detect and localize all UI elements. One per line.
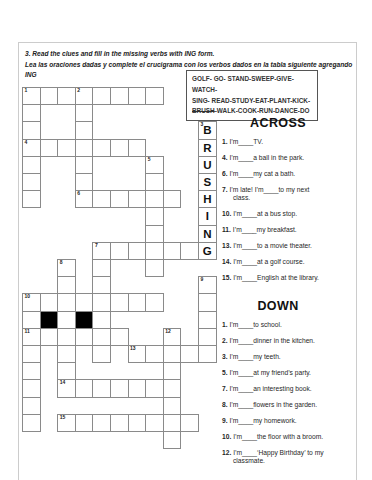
grid-cell[interactable]: 10 [22, 293, 41, 311]
grid-cell-prefilled: H [198, 190, 217, 208]
across-clue-number: 13. [222, 242, 231, 249]
clue-number-13: 13 [130, 346, 136, 351]
prefilled-letter: S [199, 174, 216, 190]
grid-cell[interactable] [92, 190, 111, 208]
grid-cell[interactable] [163, 397, 182, 415]
grid-cell[interactable] [198, 293, 217, 311]
worksheet-page: 3. Read the clues and fill in the missin… [0, 0, 372, 480]
grid-cell[interactable]: 5 [145, 156, 164, 174]
down-clue-10: 10. I’m____the floor with a broom. [222, 433, 358, 441]
grid-cell[interactable] [22, 190, 41, 208]
down-clue-number: 12. [222, 449, 231, 456]
grid-cell[interactable] [128, 242, 147, 260]
grid-cell[interactable] [57, 328, 76, 346]
clue-number-4: 4 [25, 140, 28, 145]
grid-cell[interactable] [198, 328, 217, 346]
down-clue-list: 1. I’m____to school.2. I’m____dinner in … [222, 321, 358, 466]
down-clue-8: 8. I’m____flowers in the garden. [222, 401, 358, 409]
grid-cell[interactable] [110, 328, 129, 346]
across-clue-number: 7. [222, 186, 228, 193]
grid-cell[interactable] [145, 259, 164, 277]
grid-cell[interactable] [22, 362, 41, 380]
down-clue-5: 5. I’m____at my friend’s party. [222, 369, 358, 377]
across-clue-10: 10. I’m____at a bus stop. [222, 210, 358, 218]
grid-cell-prefilled: R [198, 139, 217, 157]
grid-cell[interactable] [110, 190, 129, 208]
across-clue-number: 4. [222, 154, 228, 161]
grid-cell[interactable]: 11 [22, 328, 41, 346]
grid-cell[interactable] [110, 414, 129, 432]
grid-cell[interactable] [22, 397, 41, 415]
clue-number-15: 15 [60, 415, 66, 420]
grid-cell[interactable] [163, 414, 182, 432]
grid-cell[interactable] [145, 242, 164, 260]
grid-cell[interactable] [57, 87, 76, 105]
grid-cell[interactable] [128, 414, 147, 432]
grid-cell-prefilled: S [198, 173, 217, 191]
prefilled-letter: H [199, 191, 216, 207]
across-clue-number: 11. [222, 226, 231, 233]
grid-cell[interactable] [163, 345, 182, 363]
prefilled-letter: R [199, 140, 216, 156]
down-clues-section: DOWN 1. I’m____to school.2. I’m____dinne… [222, 299, 358, 473]
across-clue-4: 4. I’m____a ball in the park. [222, 154, 358, 162]
grid-cell[interactable] [145, 207, 164, 225]
down-clue-number: 5. [222, 369, 228, 376]
grid-cell[interactable] [163, 362, 182, 380]
clue-number-5: 5 [148, 157, 151, 162]
grid-cell[interactable] [110, 139, 129, 157]
clue-number-10: 10 [25, 294, 31, 299]
across-clue-14: 14. I’m____at a golf course. [222, 258, 358, 266]
grid-cell-prefilled: I [198, 207, 217, 225]
grid-cell[interactable] [40, 293, 59, 311]
clue-number-2: 2 [77, 88, 80, 93]
down-clue-number: 9. [222, 417, 228, 424]
grid-cell[interactable] [163, 379, 182, 397]
grid-cell[interactable] [92, 345, 111, 363]
grid-cell[interactable] [180, 242, 199, 260]
grid-cell[interactable] [128, 87, 147, 105]
grid-cell[interactable] [57, 293, 76, 311]
grid-cell[interactable]: 7 [92, 242, 111, 260]
grid-cell[interactable]: 8 [57, 259, 76, 277]
down-clue-number: 1. [222, 321, 228, 328]
grid-cell[interactable] [145, 379, 164, 397]
across-clue-number: 1. [222, 138, 228, 145]
prefilled-letter: U [199, 157, 216, 173]
grid-cell[interactable] [22, 104, 41, 122]
grid-cell[interactable]: 6 [75, 190, 94, 208]
clue-number-11: 11 [25, 329, 30, 334]
grid-cell[interactable] [163, 431, 182, 449]
grid-cell-prefilled: G [198, 242, 217, 260]
grid-cell[interactable] [75, 104, 94, 122]
grid-cell[interactable] [92, 328, 111, 346]
grid-cell[interactable] [110, 87, 129, 105]
grid-cell[interactable] [128, 139, 147, 157]
grid-cell[interactable] [75, 121, 94, 139]
grid-cell[interactable] [163, 190, 182, 208]
grid-cell-black [75, 311, 94, 329]
grid-cell[interactable] [75, 156, 94, 174]
down-clue-number: 10. [222, 433, 231, 440]
grid-cell[interactable] [92, 311, 111, 329]
grid-cell[interactable]: 9 [198, 276, 217, 294]
grid-cell[interactable] [57, 276, 76, 294]
grid-cell-prefilled: U [198, 156, 217, 174]
across-clue-list: 1. I’m____TV.4. I’m____a ball in the par… [222, 138, 358, 283]
grid-cell[interactable] [22, 156, 41, 174]
grid-cell[interactable]: 12 [163, 328, 182, 346]
grid-cell[interactable] [180, 345, 199, 363]
down-clue-7: 7. I’m____an interesting book. [222, 385, 358, 393]
grid-cell[interactable] [75, 173, 94, 191]
grid-cell-prefilled: N [198, 225, 217, 243]
grid-cell[interactable] [145, 345, 164, 363]
clue-number-8: 8 [60, 260, 63, 265]
grid-cell-prefilled: 3B [198, 121, 217, 139]
across-clue-number: 14. [222, 258, 231, 265]
across-clues-section: ACROSS 1. I’m____TV.4. I’m____a ball in … [222, 116, 358, 290]
across-clue-11: 11. I’m____my breakfast. [222, 226, 358, 234]
down-clue-number: 3. [222, 353, 228, 360]
clue-number-1: 1 [25, 88, 28, 93]
across-clue-13: 13. I’m____to a movie theater. [222, 242, 358, 250]
across-clue-number: 6. [222, 170, 228, 177]
grid-cell[interactable] [92, 379, 111, 397]
grid-cell[interactable] [22, 379, 41, 397]
across-heading: ACROSS [222, 116, 334, 130]
grid-cell[interactable] [22, 311, 41, 329]
grid-cell[interactable] [22, 345, 41, 363]
grid-cell[interactable] [22, 414, 41, 432]
grid-cell[interactable] [145, 293, 164, 311]
grid-cell[interactable] [145, 225, 164, 243]
grid-cell[interactable] [92, 293, 111, 311]
grid-cell[interactable] [75, 328, 94, 346]
grid-cell[interactable] [145, 87, 164, 105]
grid-cell[interactable] [75, 379, 94, 397]
grid-cell[interactable] [40, 139, 59, 157]
down-heading: DOWN [222, 299, 334, 313]
down-clue-9: 9. I’m____my homework. [222, 417, 358, 425]
across-clue-15: 15. I’m____English at the library. [222, 274, 358, 282]
across-clue-1: 1. I’m____TV. [222, 138, 358, 146]
grid-cell[interactable] [92, 139, 111, 157]
grid-cell[interactable] [110, 242, 129, 260]
down-clue-12: 12. I’m____‘Happy Birthday’ to myclassma… [222, 449, 358, 466]
grid-cell[interactable] [110, 379, 129, 397]
grid-cell[interactable] [75, 414, 94, 432]
grid-cell[interactable] [57, 362, 76, 380]
across-clue-number: 10. [222, 210, 231, 217]
clue-number-14: 14 [60, 380, 66, 385]
grid-cell[interactable]: 15 [57, 414, 76, 432]
down-clue-3: 3. I’m____my teeth. [222, 353, 358, 361]
grid-cell[interactable] [57, 311, 76, 329]
grid-cell[interactable] [40, 87, 59, 105]
down-clue-1: 1. I’m____to school. [222, 321, 358, 329]
grid-cell[interactable]: 14 [57, 379, 76, 397]
across-clue-number: 15. [222, 274, 231, 281]
down-clue-number: 2. [222, 337, 228, 344]
grid-cell[interactable] [92, 276, 111, 294]
grid-cell[interactable] [198, 311, 217, 329]
grid-cell[interactable]: 13 [128, 345, 147, 363]
grid-cell-black [40, 311, 59, 329]
grid-cell[interactable] [198, 345, 217, 363]
prefilled-letter: N [199, 226, 216, 242]
grid-cell[interactable] [128, 190, 147, 208]
clue-number-7: 7 [95, 243, 98, 248]
grid-cell[interactable] [92, 259, 111, 277]
grid-cell[interactable] [22, 121, 41, 139]
grid-cell[interactable] [145, 173, 164, 191]
grid-cell[interactable] [180, 414, 199, 432]
grid-cell[interactable] [57, 139, 76, 157]
prefilled-letter: I [199, 208, 216, 224]
word-bank-line-3-rest: -WALK-COOK-RUN-DANCE-DO [215, 107, 310, 114]
grid-cell[interactable] [128, 293, 147, 311]
grid-cell[interactable] [75, 293, 94, 311]
prefilled-letter: B [199, 122, 216, 138]
crossword-grid: 123B4R5US6HIN7G89101112131415 [22, 87, 218, 451]
instruction-line-english: 3. Read the clues and fill in the missin… [25, 49, 355, 60]
grid-cell[interactable] [75, 139, 94, 157]
grid-cell[interactable] [40, 328, 59, 346]
clue-number-12: 12 [165, 329, 171, 334]
grid-cell[interactable] [128, 379, 147, 397]
grid-cell[interactable] [92, 87, 111, 105]
grid-cell[interactable] [145, 414, 164, 432]
grid-cell[interactable] [163, 242, 182, 260]
across-clue-7: 7. I’m late! I’m____to my nextclass. [222, 186, 358, 203]
grid-cell[interactable] [92, 414, 111, 432]
grid-cell[interactable] [22, 173, 41, 191]
grid-cell[interactable] [57, 345, 76, 363]
grid-cell[interactable]: 1 [22, 87, 41, 105]
grid-cell[interactable] [145, 190, 164, 208]
down-clue-2: 2. I’m____dinner in the kitchen. [222, 337, 358, 345]
prefilled-letter: G [199, 243, 216, 259]
clue-number-6: 6 [77, 191, 80, 196]
grid-cell[interactable] [110, 293, 129, 311]
grid-cell[interactable]: 2 [75, 87, 94, 105]
down-clue-number: 7. [222, 385, 228, 392]
down-clue-number: 8. [222, 401, 228, 408]
clue-number-9: 9 [201, 277, 204, 282]
grid-cell[interactable]: 4 [22, 139, 41, 157]
across-clue-6: 6. I’m____my cat a bath. [222, 170, 358, 178]
